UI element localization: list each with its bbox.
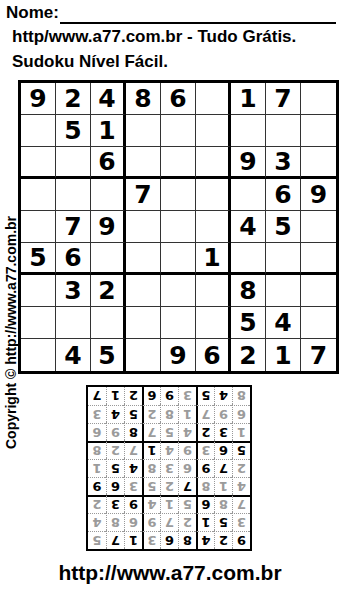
solution-cell-r7c6: 7 xyxy=(142,423,160,441)
solution-cell-r9c5: 9 xyxy=(160,387,178,405)
solution-cell-r8c1: 6 xyxy=(232,405,250,423)
solution-cell-r4c1: 4 xyxy=(232,477,250,495)
sudoku-cell-r1c3[interactable]: 4 xyxy=(91,83,126,115)
sudoku-cell-r3c1[interactable] xyxy=(21,147,56,179)
sudoku-cell-r9c8[interactable]: 1 xyxy=(266,339,301,371)
solution-cell-r6c8: 2 xyxy=(106,441,124,459)
solution-cell-r9c4: 3 xyxy=(178,387,196,405)
puzzle-level-title: Sudoku Nível Fácil. xyxy=(12,52,168,72)
sudoku-cell-r9c2[interactable]: 4 xyxy=(56,339,91,371)
sudoku-cell-r4c6[interactable] xyxy=(196,179,231,211)
sudoku-cell-r1c8[interactable]: 7 xyxy=(266,83,301,115)
solution-cell-r8c3: 7 xyxy=(196,405,214,423)
sudoku-grid: 9248617516937697945561328544596217 xyxy=(18,80,339,374)
sudoku-cell-r1c5[interactable]: 6 xyxy=(161,83,196,115)
solution-cell-r3c6: 4 xyxy=(142,495,160,513)
sudoku-cell-r6c1[interactable]: 5 xyxy=(21,243,56,275)
sudoku-cell-r9c6[interactable]: 6 xyxy=(196,339,231,371)
sudoku-cell-r6c4[interactable] xyxy=(126,243,161,275)
solution-cell-r8c8: 4 xyxy=(106,405,124,423)
solution-cell-r9c2: 4 xyxy=(214,387,232,405)
solution-cell-r2c2: 5 xyxy=(214,513,232,531)
solution-cell-r6c9: 8 xyxy=(88,441,106,459)
sudoku-cell-r4c4[interactable]: 7 xyxy=(126,179,161,211)
solution-cell-r9c6: 6 xyxy=(142,387,160,405)
solution-cell-r3c5: 1 xyxy=(160,495,178,513)
sudoku-cell-r7c2[interactable]: 3 xyxy=(56,275,91,307)
sudoku-cell-r4c2[interactable] xyxy=(56,179,91,211)
sudoku-cell-r5c5[interactable] xyxy=(161,211,196,243)
sudoku-cell-r7c8[interactable] xyxy=(266,275,301,307)
sudoku-cell-r3c6[interactable] xyxy=(196,147,231,179)
sudoku-cell-r7c6[interactable] xyxy=(196,275,231,307)
sudoku-cell-r4c3[interactable] xyxy=(91,179,126,211)
solution-cell-r7c7: 8 xyxy=(124,423,142,441)
sudoku-cell-r7c4[interactable] xyxy=(126,275,161,307)
sudoku-cell-r4c9[interactable]: 9 xyxy=(301,179,336,211)
solution-cell-r3c7: 9 xyxy=(124,495,142,513)
sudoku-cell-r2c2[interactable]: 5 xyxy=(56,115,91,147)
sudoku-cell-r5c4[interactable] xyxy=(126,211,161,243)
copyright-vertical-text: Copyright © http://www.a77.com.br xyxy=(3,216,19,449)
sudoku-cell-r2c1[interactable] xyxy=(21,115,56,147)
solution-cell-r4c4: 7 xyxy=(178,477,196,495)
solution-cell-r5c8: 5 xyxy=(106,459,124,477)
sudoku-cell-r7c3[interactable]: 2 xyxy=(91,275,126,307)
solution-cell-r5c1: 2 xyxy=(232,459,250,477)
solution-cell-r8c4: 1 xyxy=(178,405,196,423)
solution-cell-r6c6: 1 xyxy=(142,441,160,459)
sudoku-cell-r5c2[interactable]: 7 xyxy=(56,211,91,243)
solution-cell-r8c9: 3 xyxy=(88,405,106,423)
sudoku-cell-r9c9[interactable]: 7 xyxy=(301,339,336,371)
solution-cell-r2c3: 1 xyxy=(196,513,214,531)
solution-cell-r1c9: 5 xyxy=(88,531,106,549)
solution-cell-r7c5: 5 xyxy=(160,423,178,441)
sudoku-cell-r4c7[interactable] xyxy=(231,179,266,211)
solution-cell-r5c5: 3 xyxy=(160,459,178,477)
sudoku-cell-r8c3[interactable] xyxy=(91,307,126,339)
footer-url: http://www.a77.com.br xyxy=(0,561,340,585)
solution-cell-r7c8: 9 xyxy=(106,423,124,441)
sudoku-cell-r6c2[interactable]: 6 xyxy=(56,243,91,275)
site-title: http/www.a77.com.br - Tudo Grátis. xyxy=(12,27,296,47)
solution-cell-r4c5: 2 xyxy=(160,477,178,495)
sudoku-cell-r6c3[interactable] xyxy=(91,243,126,275)
sudoku-cell-r9c4[interactable] xyxy=(126,339,161,371)
sudoku-cell-r1c7[interactable]: 1 xyxy=(231,83,266,115)
solution-cell-r4c2: 1 xyxy=(214,477,232,495)
solution-cell-r4c3: 8 xyxy=(196,477,214,495)
sudoku-solution-grid-rotated: 9248631753512796847865149324187253692796… xyxy=(86,385,252,551)
sudoku-cell-r6c7[interactable] xyxy=(231,243,266,275)
sudoku-cell-r3c2[interactable] xyxy=(56,147,91,179)
solution-cell-r2c6: 9 xyxy=(142,513,160,531)
sudoku-cell-r3c7[interactable]: 9 xyxy=(231,147,266,179)
sudoku-cell-r3c4[interactable] xyxy=(126,147,161,179)
sudoku-cell-r3c8[interactable]: 3 xyxy=(266,147,301,179)
sudoku-cell-r7c7[interactable]: 8 xyxy=(231,275,266,307)
sudoku-cell-r8c6[interactable] xyxy=(196,307,231,339)
solution-cell-r6c2: 6 xyxy=(214,441,232,459)
sudoku-cell-r9c3[interactable]: 5 xyxy=(91,339,126,371)
sudoku-cell-r4c5[interactable] xyxy=(161,179,196,211)
sudoku-cell-r6c9[interactable] xyxy=(301,243,336,275)
solution-cell-r2c9: 4 xyxy=(88,513,106,531)
solution-cell-r1c4: 8 xyxy=(178,531,196,549)
solution-cell-r5c4: 6 xyxy=(178,459,196,477)
solution-cell-r3c8: 3 xyxy=(106,495,124,513)
solution-cell-r8c7: 5 xyxy=(124,405,142,423)
sudoku-cell-r9c5[interactable]: 9 xyxy=(161,339,196,371)
solution-cell-r1c5: 6 xyxy=(160,531,178,549)
solution-cell-r9c1: 8 xyxy=(232,387,250,405)
solution-cell-r7c9: 6 xyxy=(88,423,106,441)
solution-cell-r3c2: 8 xyxy=(214,495,232,513)
solution-cell-r7c1: 1 xyxy=(232,423,250,441)
sudoku-cell-r2c8[interactable] xyxy=(266,115,301,147)
sudoku-cell-r2c6[interactable] xyxy=(196,115,231,147)
solution-cell-r3c4: 5 xyxy=(178,495,196,513)
solution-cell-r4c6: 5 xyxy=(142,477,160,495)
solution-cell-r8c6: 2 xyxy=(142,405,160,423)
name-label: Nome: xyxy=(6,3,59,23)
solution-cell-r6c1: 5 xyxy=(232,441,250,459)
name-fill-line xyxy=(60,6,336,24)
solution-cell-r9c3: 5 xyxy=(196,387,214,405)
solution-cell-r1c8: 7 xyxy=(106,531,124,549)
solution-cell-r9c8: 1 xyxy=(106,387,124,405)
sudoku-cell-r8c7[interactable]: 5 xyxy=(231,307,266,339)
solution-cell-r2c7: 6 xyxy=(124,513,142,531)
sudoku-cell-r8c8[interactable]: 4 xyxy=(266,307,301,339)
sudoku-cell-r3c5[interactable] xyxy=(161,147,196,179)
sudoku-cell-r1c9[interactable] xyxy=(301,83,336,115)
sudoku-cell-r5c9[interactable] xyxy=(301,211,336,243)
sudoku-cell-r2c3[interactable]: 1 xyxy=(91,115,126,147)
sudoku-cell-r4c8[interactable]: 6 xyxy=(266,179,301,211)
solution-cell-r5c3: 9 xyxy=(196,459,214,477)
solution-cell-r2c4: 2 xyxy=(178,513,196,531)
solution-cell-r6c3: 3 xyxy=(196,441,214,459)
sudoku-cell-r3c3[interactable]: 6 xyxy=(91,147,126,179)
solution-cell-r1c6: 3 xyxy=(142,531,160,549)
sudoku-cell-r9c7[interactable]: 2 xyxy=(231,339,266,371)
sudoku-cell-r6c6[interactable]: 1 xyxy=(196,243,231,275)
solution-cell-r8c5: 8 xyxy=(160,405,178,423)
solution-cell-r1c1: 9 xyxy=(232,531,250,549)
solution-cell-r1c3: 4 xyxy=(196,531,214,549)
sudoku-cell-r8c2[interactable] xyxy=(56,307,91,339)
solution-cell-r9c7: 2 xyxy=(124,387,142,405)
sudoku-cell-r4c1[interactable] xyxy=(21,179,56,211)
solution-cell-r2c5: 7 xyxy=(160,513,178,531)
sudoku-cell-r3c9[interactable] xyxy=(301,147,336,179)
solution-cell-r6c5: 4 xyxy=(160,441,178,459)
sudoku-cell-r5c3[interactable]: 9 xyxy=(91,211,126,243)
solution-cell-r3c3: 6 xyxy=(196,495,214,513)
sudoku-cell-r2c5[interactable] xyxy=(161,115,196,147)
sudoku-cell-r7c9[interactable] xyxy=(301,275,336,307)
sudoku-cell-r1c2[interactable]: 2 xyxy=(56,83,91,115)
sudoku-cell-r7c5[interactable] xyxy=(161,275,196,307)
solution-cell-r6c4: 9 xyxy=(178,441,196,459)
solution-cell-r1c7: 1 xyxy=(124,531,142,549)
solution-cell-r4c7: 3 xyxy=(124,477,142,495)
solution-cell-r3c9: 2 xyxy=(88,495,106,513)
solution-cell-r4c9: 9 xyxy=(88,477,106,495)
sudoku-cell-r9c1[interactable] xyxy=(21,339,56,371)
sudoku-cell-r2c7[interactable] xyxy=(231,115,266,147)
sudoku-cell-r8c1[interactable] xyxy=(21,307,56,339)
solution-cell-r6c7: 7 xyxy=(124,441,142,459)
sudoku-cell-r1c4[interactable]: 8 xyxy=(126,83,161,115)
sudoku-cell-r8c9[interactable] xyxy=(301,307,336,339)
solution-cell-r5c7: 4 xyxy=(124,459,142,477)
sudoku-cell-r1c1[interactable]: 9 xyxy=(21,83,56,115)
solution-cell-r8c2: 9 xyxy=(214,405,232,423)
sudoku-cell-r7c1[interactable] xyxy=(21,275,56,307)
sudoku-cell-r8c5[interactable] xyxy=(161,307,196,339)
solution-cell-r4c8: 6 xyxy=(106,477,124,495)
sudoku-cell-r5c6[interactable] xyxy=(196,211,231,243)
solution-cell-r7c4: 4 xyxy=(178,423,196,441)
solution-cell-r3c1: 7 xyxy=(232,495,250,513)
sudoku-cell-r5c7[interactable]: 4 xyxy=(231,211,266,243)
solution-cell-r9c9: 7 xyxy=(88,387,106,405)
sudoku-cell-r2c4[interactable] xyxy=(126,115,161,147)
solution-cell-r7c3: 2 xyxy=(196,423,214,441)
sudoku-cell-r5c8[interactable]: 5 xyxy=(266,211,301,243)
sudoku-cell-r6c8[interactable] xyxy=(266,243,301,275)
sudoku-cell-r1c6[interactable] xyxy=(196,83,231,115)
solution-cell-r7c2: 3 xyxy=(214,423,232,441)
sudoku-cell-r5c1[interactable] xyxy=(21,211,56,243)
solution-cell-r5c6: 8 xyxy=(142,459,160,477)
solution-cell-r5c9: 1 xyxy=(88,459,106,477)
solution-cell-r1c2: 2 xyxy=(214,531,232,549)
solution-cell-r5c2: 7 xyxy=(214,459,232,477)
sudoku-cell-r2c9[interactable] xyxy=(301,115,336,147)
solution-cell-r2c8: 8 xyxy=(106,513,124,531)
solution-cell-r2c1: 3 xyxy=(232,513,250,531)
sudoku-cell-r8c4[interactable] xyxy=(126,307,161,339)
sudoku-cell-r6c5[interactable] xyxy=(161,243,196,275)
